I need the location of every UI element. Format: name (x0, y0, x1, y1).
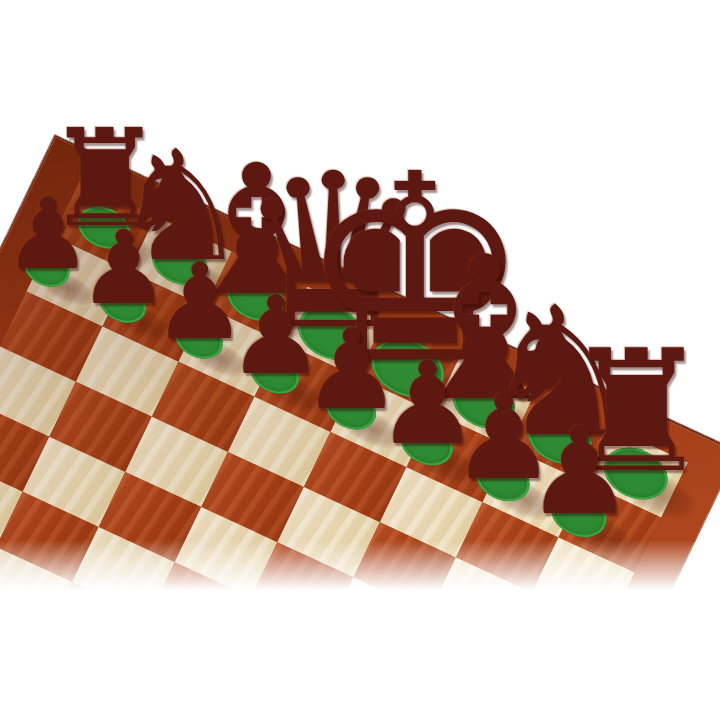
chess-set-product-photo: ♜♞♝♛♚♝♞♜♟♟♟♟♟♟♟♟ (0, 0, 720, 720)
pawn-icon: ♟ (469, 411, 689, 532)
chess-board: ♜♞♝♛♚♝♞♜♟♟♟♟♟♟♟♟ (0, 135, 720, 720)
